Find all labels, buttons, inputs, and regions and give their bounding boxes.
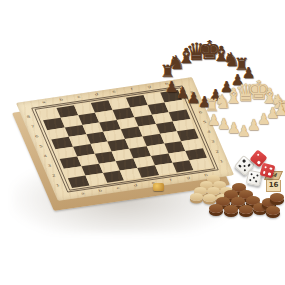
die-pip [257, 153, 260, 156]
die-pip [264, 166, 267, 169]
dark-checker-disc [266, 206, 280, 215]
board-squares [39, 90, 211, 188]
die-pip [247, 163, 250, 166]
die-pip [255, 180, 258, 183]
coord-label: g [179, 175, 198, 182]
die-pip [256, 174, 259, 177]
die-pip [268, 173, 271, 176]
coord-label: f [161, 177, 180, 184]
die-pip [263, 171, 266, 174]
dark-checker-disc [224, 205, 238, 214]
die-pip [250, 173, 253, 176]
light-checker-disc [190, 193, 203, 201]
doubling-cube-front-face: 16 [266, 180, 281, 192]
die-pip [243, 164, 246, 167]
die-pip [249, 179, 252, 182]
dark-checker-disc [270, 193, 284, 202]
product-photo-chess-set: abcdefgh abcdefgh 87654321 87654321 64 1… [0, 0, 285, 285]
board-square-h1 [190, 158, 212, 170]
die-pip [243, 168, 246, 171]
die-pip [257, 161, 260, 164]
die-pip [242, 159, 245, 162]
dark-checker-disc [239, 205, 253, 214]
coord-label: 1 [216, 156, 227, 167]
coord-label: c [108, 185, 127, 192]
brass-latch [153, 183, 164, 191]
die-pip [238, 164, 241, 167]
coord-label: 1 [52, 180, 63, 191]
coord-label: a [73, 190, 92, 197]
light-chess-piece: ♟ [274, 103, 285, 118]
coord-label: d [126, 183, 145, 190]
dark-checker-disc [209, 204, 223, 213]
light-checker-disc [203, 194, 216, 202]
die-pip [253, 177, 256, 180]
coord-label: b [91, 188, 110, 195]
die-pip [270, 167, 273, 170]
